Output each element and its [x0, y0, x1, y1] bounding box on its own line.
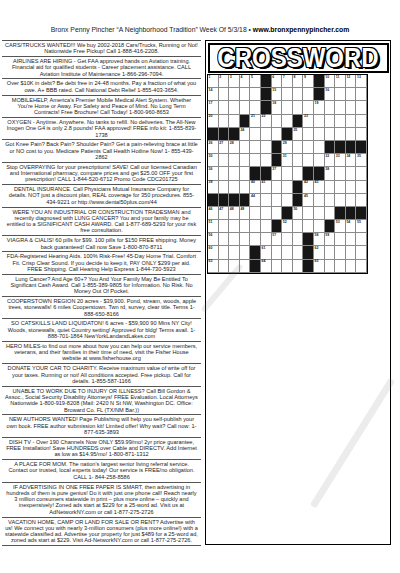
black-cell — [261, 167, 272, 180]
grid-cell[interactable] — [282, 233, 293, 246]
grid-cell[interactable] — [346, 194, 357, 207]
classified-ad: UNABLE TO WORK DUE TO INJURY OR ILLNESS?… — [2, 387, 201, 416]
cell-number: 61 — [262, 246, 266, 250]
grid-cell[interactable] — [314, 207, 325, 220]
grid-cell[interactable]: 58 — [314, 233, 325, 246]
grid-cell[interactable]: 37 — [272, 167, 283, 180]
grid-cell[interactable]: 25 — [293, 128, 304, 141]
cell-number: 9 — [304, 75, 306, 79]
black-cell — [335, 207, 346, 220]
grid-cell[interactable] — [314, 194, 325, 207]
grid-cell[interactable] — [219, 246, 230, 259]
grid-cell[interactable] — [325, 128, 336, 141]
grid-cell[interactable] — [346, 233, 357, 246]
cell-number: 63 — [209, 259, 213, 263]
grid-cell[interactable] — [325, 101, 336, 114]
grid-cell[interactable]: 29 — [282, 141, 293, 154]
grid-cell[interactable] — [335, 167, 346, 180]
grid-cell[interactable] — [335, 88, 346, 101]
grid-cell[interactable] — [325, 181, 336, 194]
grid-cell[interactable] — [272, 128, 283, 141]
grid-cell[interactable] — [356, 88, 367, 101]
grid-cell[interactable] — [240, 167, 251, 180]
grid-cell[interactable] — [282, 101, 293, 114]
grid-cell[interactable] — [219, 167, 230, 180]
cell-number: 6 — [272, 75, 274, 79]
black-cell — [314, 75, 325, 88]
grid-cell[interactable] — [250, 220, 261, 233]
grid-cell[interactable] — [250, 233, 261, 246]
grid-cell[interactable] — [250, 141, 261, 154]
black-cell — [261, 75, 272, 88]
cell-number: 59 — [325, 233, 329, 237]
grid-cell[interactable]: 36 — [208, 167, 219, 180]
grid-cell[interactable]: 35 — [356, 154, 367, 167]
cell-number: 33 — [336, 154, 340, 158]
classified-ad: NEW AUTHORS WANTED! Page Publishing will… — [2, 415, 201, 437]
grid-cell[interactable] — [240, 233, 251, 246]
cell-number: 34 — [346, 154, 350, 158]
grid-cell[interactable]: 45 — [303, 194, 314, 207]
cell-number: 7 — [283, 75, 285, 79]
black-cell — [325, 141, 336, 154]
cell-number: 55 — [357, 220, 361, 224]
grid-cell[interactable] — [303, 154, 314, 167]
cell-number: 28 — [230, 141, 234, 145]
grid-cell[interactable] — [335, 181, 346, 194]
grid-cell[interactable]: 15 — [272, 88, 283, 101]
cell-number: 41 — [262, 180, 266, 184]
classified-ad: Stop OVERPAYING for your prescriptions! … — [2, 163, 201, 185]
grid-cell[interactable] — [314, 154, 325, 167]
grid-cell[interactable] — [219, 181, 230, 194]
classified-ad: SO CATSKILLS LAND LIQUIDATON! 6 acres - … — [2, 319, 201, 341]
grid-cell[interactable] — [293, 220, 304, 233]
cell-number: 49 — [240, 207, 244, 211]
black-cell — [282, 128, 293, 141]
grid-cell[interactable]: 38 — [325, 167, 336, 180]
grid-cell[interactable] — [346, 260, 357, 273]
black-cell — [293, 181, 304, 194]
grid-cell[interactable]: 33 — [335, 154, 346, 167]
classified-ad: HERO MILES-to find out more about how yo… — [2, 342, 201, 364]
grid-cell[interactable]: 55 — [356, 220, 367, 233]
classified-ad: VACATION HOME, CAMP OR LAND FOR SALE OR … — [2, 518, 201, 547]
grid-cell[interactable] — [261, 194, 272, 207]
cell-number: 64 — [262, 259, 266, 263]
classified-ad: A PLACE FOR MOM. The nation's largest se… — [2, 460, 201, 482]
grid-cell[interactable]: 20 — [208, 115, 219, 128]
grid-cell[interactable] — [229, 101, 240, 114]
grid-cell[interactable] — [325, 115, 336, 128]
grid-cell[interactable] — [229, 260, 240, 273]
grid-cell[interactable]: 49 — [240, 207, 251, 220]
grid-cell[interactable] — [293, 154, 304, 167]
cell-number: 60 — [209, 246, 213, 250]
black-cell — [346, 207, 357, 220]
cell-number: 22 — [262, 114, 266, 118]
grid-cell[interactable] — [272, 115, 283, 128]
grid-cell[interactable] — [272, 181, 283, 194]
grid-cell[interactable] — [293, 260, 304, 273]
cell-number: 25 — [293, 128, 297, 132]
grid-cell[interactable] — [314, 115, 325, 128]
grid-cell[interactable] — [335, 128, 346, 141]
cell-number: 20 — [209, 114, 213, 118]
cell-number: 5 — [251, 75, 253, 79]
classified-ad: Got Knee Pain? Back Pain? Shoulder Pain?… — [2, 140, 201, 162]
grid-cell[interactable] — [282, 260, 293, 273]
grid-cell[interactable]: 4 — [240, 75, 251, 88]
cell-number: 58 — [315, 233, 319, 237]
grid-cell[interactable] — [293, 88, 304, 101]
cell-number: 29 — [283, 141, 287, 145]
cell-number: 65 — [315, 259, 319, 263]
cell-number: 48 — [230, 207, 234, 211]
grid-cell[interactable]: 50 — [293, 207, 304, 220]
crossword-title-box: CROSSWORD — [208, 43, 389, 73]
grid-cell[interactable] — [303, 207, 314, 220]
grid-cell[interactable] — [303, 101, 314, 114]
grid-cell[interactable] — [219, 115, 230, 128]
grid-cell[interactable] — [335, 260, 346, 273]
grid-cell[interactable]: 18 — [272, 101, 283, 114]
cell-number: 30 — [209, 154, 213, 158]
cell-number: 2 — [219, 75, 221, 79]
grid-cell[interactable] — [261, 233, 272, 246]
grid-cell[interactable]: 53 — [335, 220, 346, 233]
crossword-title: CROSSWORD — [217, 43, 378, 73]
grid-cell[interactable]: 10 — [325, 75, 336, 88]
grid-cell[interactable]: 27 — [219, 141, 230, 154]
grid-cell[interactable] — [314, 220, 325, 233]
grid-cell[interactable] — [261, 141, 272, 154]
grid-cell[interactable] — [229, 220, 240, 233]
grid-cell[interactable]: 24 — [240, 128, 251, 141]
cell-number: 43 — [315, 180, 319, 184]
black-cell — [314, 167, 325, 180]
grid-cell[interactable] — [346, 167, 357, 180]
grid-cell[interactable] — [282, 181, 293, 194]
grid-cell[interactable]: 52 — [282, 220, 293, 233]
cell-number: 27 — [219, 141, 223, 145]
grid-cell[interactable] — [261, 220, 272, 233]
grid-cell[interactable] — [346, 88, 357, 101]
grid-cell[interactable] — [356, 260, 367, 273]
cell-number: 19 — [315, 101, 319, 105]
grid-cell[interactable] — [282, 246, 293, 259]
classified-ad: DENTAL INSURANCE. Call Physicians Mutual… — [2, 185, 201, 207]
grid-cell[interactable] — [346, 115, 357, 128]
grid-cell[interactable] — [219, 220, 230, 233]
grid-cell[interactable]: 56 — [208, 233, 219, 246]
black-cell — [219, 128, 230, 141]
classified-ad: Lung Cancer? And Age 60+? You And Your F… — [2, 275, 201, 297]
grid-cell[interactable] — [219, 260, 230, 273]
grid-cell[interactable] — [240, 154, 251, 167]
grid-cell[interactable]: 57 — [272, 233, 283, 246]
grid-cell[interactable] — [325, 246, 336, 259]
grid-cell[interactable]: 65 — [314, 260, 325, 273]
grid-cell[interactable] — [356, 233, 367, 246]
black-cell — [250, 167, 261, 180]
black-cell — [240, 194, 251, 207]
grid-cell[interactable] — [303, 220, 314, 233]
grid-cell[interactable] — [293, 141, 304, 154]
grid-cell[interactable] — [314, 128, 325, 141]
grid-cell[interactable] — [335, 101, 346, 114]
grid-cell[interactable] — [229, 181, 240, 194]
black-cell — [272, 141, 283, 154]
grid-cell[interactable]: 5 — [250, 75, 261, 88]
grid-cell[interactable] — [250, 88, 261, 101]
grid-cell[interactable] — [356, 115, 367, 128]
grid-cell[interactable] — [325, 194, 336, 207]
newspaper-page: Bronx Penny Pincher “A Neighborhood Trad… — [0, 0, 400, 573]
black-cell — [303, 167, 314, 180]
black-cell — [356, 207, 367, 220]
grid-cell[interactable] — [282, 115, 293, 128]
grid-cell[interactable] — [346, 128, 357, 141]
grid-cell[interactable] — [325, 207, 336, 220]
grid-cell[interactable]: 64 — [261, 260, 272, 273]
black-cell — [272, 220, 283, 233]
grid-cell[interactable] — [272, 194, 283, 207]
black-cell — [208, 194, 219, 207]
grid-cell[interactable] — [335, 233, 346, 246]
cell-number: 16 — [325, 88, 329, 92]
grid-cell[interactable]: 11 — [335, 75, 346, 88]
cell-number: 42 — [304, 180, 308, 184]
classified-ad: VIAGRA & CIALIS! 60 pills for $99. 100 p… — [2, 236, 201, 252]
cell-number: 32 — [325, 154, 329, 158]
grid-cell[interactable]: 16 — [325, 88, 336, 101]
grid-cell[interactable]: 3 — [229, 75, 240, 88]
black-cell — [219, 194, 230, 207]
classified-ad: OXYGEN - Anytime. Anywhere. No tanks to … — [2, 118, 201, 140]
grid-cell[interactable] — [261, 128, 272, 141]
cell-number: 31 — [283, 154, 287, 158]
cell-number: 38 — [325, 167, 329, 171]
black-cell — [240, 115, 251, 128]
cell-number: 53 — [336, 220, 340, 224]
grid-cell[interactable] — [356, 194, 367, 207]
grid-cell[interactable] — [240, 181, 251, 194]
masthead: Bronx Penny Pincher “A Neighborhood Trad… — [0, 26, 400, 34]
classified-ad: IF ADVERTISING IN ONE FREE PAPER IS SMAR… — [2, 483, 201, 518]
grid-cell[interactable]: 19 — [314, 101, 325, 114]
grid-cell[interactable] — [229, 246, 240, 259]
grid-cell[interactable] — [240, 101, 251, 114]
grid-cell[interactable] — [356, 128, 367, 141]
grid-cell[interactable]: 54 — [346, 220, 357, 233]
grid-cell[interactable]: 42 — [303, 181, 314, 194]
black-cell — [335, 141, 346, 154]
cell-number: 1 — [209, 75, 211, 79]
black-cell — [272, 154, 283, 167]
grid-cell[interactable]: 61 — [261, 246, 272, 259]
grid-cell[interactable] — [356, 181, 367, 194]
grid-cell[interactable] — [346, 101, 357, 114]
grid-cell[interactable]: 21 — [250, 115, 261, 128]
grid-cell[interactable]: 8 — [293, 75, 304, 88]
grid-cell[interactable]: 7 — [282, 75, 293, 88]
grid-cell[interactable]: 6 — [272, 75, 283, 88]
grid-cell[interactable]: 23 — [303, 115, 314, 128]
grid-cell[interactable] — [240, 220, 251, 233]
grid-cell[interactable]: 43 — [314, 181, 325, 194]
grid-cell[interactable] — [229, 167, 240, 180]
black-cell — [303, 233, 314, 246]
grid-cell[interactable]: 60 — [208, 246, 219, 259]
grid-cell[interactable] — [293, 233, 304, 246]
grid-cell[interactable] — [325, 260, 336, 273]
black-cell — [250, 260, 261, 273]
grid-cell[interactable] — [314, 141, 325, 154]
grid-cell[interactable] — [240, 246, 251, 259]
grid-cell[interactable] — [303, 88, 314, 101]
grid-cell[interactable]: 48 — [229, 207, 240, 220]
grid-cell[interactable] — [229, 233, 240, 246]
grid-cell[interactable]: 28 — [229, 141, 240, 154]
black-cell — [293, 115, 304, 128]
black-cell — [325, 220, 336, 233]
grid-cell[interactable]: 39 — [208, 181, 219, 194]
cell-number: 3 — [230, 75, 232, 79]
cell-number: 26 — [209, 141, 213, 145]
cell-number: 10 — [325, 75, 329, 79]
grid-cell[interactable]: 31 — [282, 154, 293, 167]
grid-cell[interactable] — [240, 88, 251, 101]
cell-number: 62 — [315, 246, 319, 250]
cell-number: 46 — [209, 207, 213, 211]
grid-cell[interactable] — [250, 128, 261, 141]
black-cell — [261, 101, 272, 114]
grid-cell[interactable]: 59 — [325, 233, 336, 246]
black-cell — [303, 260, 314, 273]
grid-cell[interactable]: 40 — [250, 181, 261, 194]
classified-ad: MOBILEHELP, America's Premier Mobile Med… — [2, 96, 201, 118]
grid-cell[interactable]: 1 — [208, 75, 219, 88]
grid-cell[interactable] — [356, 167, 367, 180]
grid-cell[interactable]: 17 — [208, 101, 219, 114]
grid-cell[interactable] — [282, 88, 293, 101]
cell-number: 13 — [357, 75, 361, 79]
grid-cell[interactable] — [229, 88, 240, 101]
grid-cell[interactable]: 47 — [219, 207, 230, 220]
grid-cell[interactable]: 22 — [261, 115, 272, 128]
grid-cell[interactable]: 41 — [261, 181, 272, 194]
cell-number: 35 — [357, 154, 361, 158]
black-cell — [356, 141, 367, 154]
cell-number: 37 — [272, 167, 276, 171]
grid-cell[interactable] — [272, 260, 283, 273]
cell-number: 23 — [304, 114, 308, 118]
grid-cell[interactable] — [219, 233, 230, 246]
grid-cell[interactable] — [346, 246, 357, 259]
grid-cell[interactable] — [272, 246, 283, 259]
grid-cell[interactable] — [356, 246, 367, 259]
grid-cell[interactable]: 44 — [250, 194, 261, 207]
grid-cell[interactable] — [335, 194, 346, 207]
cell-number: 52 — [283, 220, 287, 224]
grid-cell[interactable]: 26 — [208, 141, 219, 154]
masthead-url: www.bronxpennypincher.com — [253, 26, 349, 33]
cell-number: 50 — [293, 207, 297, 211]
cell-number: 39 — [209, 180, 213, 184]
black-cell — [293, 194, 304, 207]
cell-number: 47 — [219, 207, 223, 211]
cell-number: 51 — [209, 220, 213, 224]
grid-cell[interactable] — [293, 246, 304, 259]
grid-cell[interactable] — [282, 194, 293, 207]
black-cell — [346, 141, 357, 154]
black-cell — [208, 128, 219, 141]
grid-cell[interactable]: 34 — [346, 154, 357, 167]
cell-number: 45 — [304, 194, 308, 198]
grid-cell[interactable] — [250, 154, 261, 167]
grid-cell[interactable] — [335, 246, 346, 259]
grid-cell[interactable] — [356, 101, 367, 114]
grid-cell[interactable]: 30 — [208, 154, 219, 167]
grid-cell[interactable] — [261, 207, 272, 220]
grid-cell[interactable] — [219, 101, 230, 114]
cell-number: 12 — [346, 75, 350, 79]
grid-cell[interactable] — [229, 154, 240, 167]
cell-number: 54 — [346, 220, 350, 224]
grid-cell[interactable]: 9 — [303, 75, 314, 88]
grid-cell[interactable] — [346, 181, 357, 194]
grid-cell[interactable] — [335, 115, 346, 128]
grid-cell[interactable] — [250, 101, 261, 114]
grid-cell[interactable] — [240, 260, 251, 273]
grid-cell[interactable]: 13 — [356, 75, 367, 88]
grid-cell[interactable]: 46 — [208, 207, 219, 220]
grid-cell[interactable] — [219, 154, 230, 167]
grid-cell[interactable] — [240, 141, 251, 154]
cell-number: 56 — [209, 233, 213, 237]
cell-number: 44 — [251, 194, 255, 198]
grid-cell[interactable] — [303, 128, 314, 141]
grid-cell[interactable]: 62 — [314, 246, 325, 259]
grid-cell[interactable]: 14 — [208, 88, 219, 101]
black-cell — [314, 88, 325, 101]
grid-cell[interactable]: 51 — [208, 220, 219, 233]
grid-cell[interactable]: 32 — [325, 154, 336, 167]
grid-cell[interactable] — [293, 101, 304, 114]
grid-cell[interactable] — [282, 167, 293, 180]
grid-cell[interactable] — [293, 167, 304, 180]
grid-cell[interactable] — [229, 115, 240, 128]
cell-number: 8 — [293, 75, 295, 79]
grid-cell[interactable]: 12 — [346, 75, 357, 88]
grid-cell[interactable] — [250, 207, 261, 220]
cell-number: 40 — [251, 180, 255, 184]
black-cell — [229, 128, 240, 141]
cell-number: 18 — [272, 101, 276, 105]
masthead-text: Bronx Penny Pincher “A Neighborhood Trad… — [51, 26, 253, 33]
grid-cell[interactable]: 2 — [219, 75, 230, 88]
grid-cell[interactable] — [272, 207, 283, 220]
grid-cell[interactable] — [219, 88, 230, 101]
classified-ad: Over $10K in debt? Be debt free in 24-48… — [2, 79, 201, 95]
classified-ad: DISH TV - Over 190 Channels Now ONLY $59… — [2, 438, 201, 460]
grid-cell[interactable]: 63 — [208, 260, 219, 273]
grid-cell[interactable] — [303, 141, 314, 154]
crossword-feature-box: CROSSWORD 123456789101112131415161718192… — [205, 40, 391, 545]
grid-cell[interactable] — [261, 154, 272, 167]
classified-ad: AIRLINES ARE HIRING - Get FAA approved h… — [2, 57, 201, 79]
